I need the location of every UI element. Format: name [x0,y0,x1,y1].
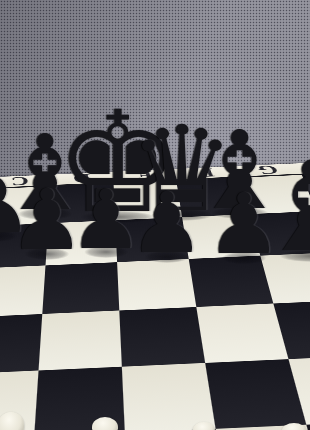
chess-set-photo: A B C D E F G H ♝♚♛♝♟♟♟♟♟♝ [0,0,310,430]
black-cropped-bishop-right[interactable]: ♝ [256,159,310,256]
black-cropped-pawn-left[interactable]: ♟ [0,163,34,236]
pieces-layer: ♝♚♛♝♟♟♟♟♟♝ [0,0,310,430]
white-pawn-top-2[interactable] [92,417,118,430]
black-pawn-e[interactable]: ♟ [129,191,204,257]
